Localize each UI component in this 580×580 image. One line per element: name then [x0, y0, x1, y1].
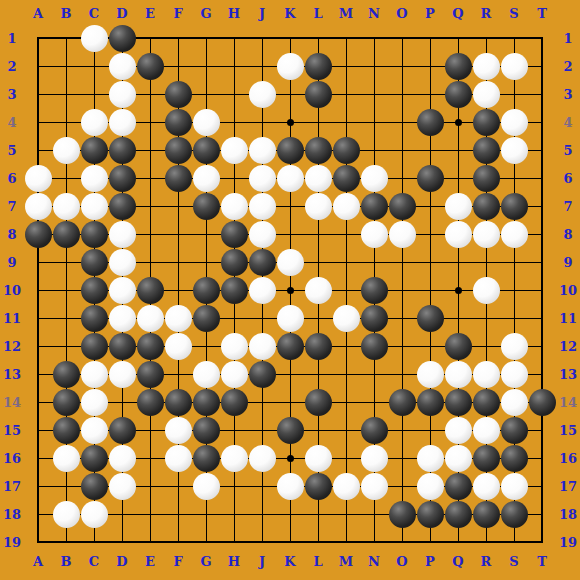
intersection-T7[interactable]: [528, 192, 556, 220]
intersection-B1[interactable]: [52, 24, 80, 52]
black-stone-C17[interactable]: [81, 473, 108, 500]
intersection-L1[interactable]: [304, 24, 332, 52]
black-stone-L3[interactable]: [305, 81, 332, 108]
white-stone-S4[interactable]: [501, 109, 528, 136]
black-stone-C12[interactable]: [81, 333, 108, 360]
intersection-N2[interactable]: [360, 52, 388, 80]
intersection-L14[interactable]: [304, 388, 332, 416]
intersection-E16[interactable]: [136, 444, 164, 472]
black-stone-P18[interactable]: [417, 501, 444, 528]
intersection-L6[interactable]: [304, 164, 332, 192]
intersection-P14[interactable]: [416, 388, 444, 416]
black-stone-C8[interactable]: [81, 221, 108, 248]
intersection-F6[interactable]: [164, 164, 192, 192]
intersection-E5[interactable]: [136, 136, 164, 164]
intersection-L7[interactable]: [304, 192, 332, 220]
intersection-F5[interactable]: [164, 136, 192, 164]
intersection-C19[interactable]: [80, 528, 108, 556]
intersection-S17[interactable]: [500, 472, 528, 500]
intersection-G10[interactable]: [192, 276, 220, 304]
intersection-N19[interactable]: [360, 528, 388, 556]
intersection-N3[interactable]: [360, 80, 388, 108]
intersection-R15[interactable]: [472, 416, 500, 444]
white-stone-Q8[interactable]: [445, 221, 472, 248]
intersection-O18[interactable]: [388, 500, 416, 528]
intersection-G14[interactable]: [192, 388, 220, 416]
intersection-S10[interactable]: [500, 276, 528, 304]
white-stone-R10[interactable]: [473, 277, 500, 304]
intersection-Q14[interactable]: [444, 388, 472, 416]
intersection-N12[interactable]: [360, 332, 388, 360]
intersection-B18[interactable]: [52, 500, 80, 528]
black-stone-S7[interactable]: [501, 193, 528, 220]
intersection-C18[interactable]: [80, 500, 108, 528]
intersection-Q3[interactable]: [444, 80, 472, 108]
intersection-J12[interactable]: [248, 332, 276, 360]
intersection-N4[interactable]: [360, 108, 388, 136]
intersection-M12[interactable]: [332, 332, 360, 360]
intersection-S3[interactable]: [500, 80, 528, 108]
intersection-L10[interactable]: [304, 276, 332, 304]
white-stone-H12[interactable]: [221, 333, 248, 360]
intersection-A13[interactable]: [24, 360, 52, 388]
intersection-E3[interactable]: [136, 80, 164, 108]
white-stone-S14[interactable]: [501, 389, 528, 416]
intersection-D12[interactable]: [108, 332, 136, 360]
intersection-R5[interactable]: [472, 136, 500, 164]
intersection-T16[interactable]: [528, 444, 556, 472]
intersection-D18[interactable]: [108, 500, 136, 528]
black-stone-E14[interactable]: [137, 389, 164, 416]
white-stone-D11[interactable]: [109, 305, 136, 332]
intersection-M11[interactable]: [332, 304, 360, 332]
white-stone-B7[interactable]: [53, 193, 80, 220]
intersection-G4[interactable]: [192, 108, 220, 136]
intersection-B2[interactable]: [52, 52, 80, 80]
black-stone-G10[interactable]: [193, 277, 220, 304]
intersection-S15[interactable]: [500, 416, 528, 444]
intersection-Q1[interactable]: [444, 24, 472, 52]
intersection-O2[interactable]: [388, 52, 416, 80]
intersection-H13[interactable]: [220, 360, 248, 388]
intersection-S11[interactable]: [500, 304, 528, 332]
white-stone-K9[interactable]: [277, 249, 304, 276]
white-stone-D17[interactable]: [109, 473, 136, 500]
white-stone-H7[interactable]: [221, 193, 248, 220]
intersection-K5[interactable]: [276, 136, 304, 164]
intersection-P8[interactable]: [416, 220, 444, 248]
white-stone-N8[interactable]: [361, 221, 388, 248]
intersection-R7[interactable]: [472, 192, 500, 220]
intersection-G18[interactable]: [192, 500, 220, 528]
black-stone-P4[interactable]: [417, 109, 444, 136]
white-stone-K6[interactable]: [277, 165, 304, 192]
intersection-Q6[interactable]: [444, 164, 472, 192]
intersection-F12[interactable]: [164, 332, 192, 360]
intersection-F14[interactable]: [164, 388, 192, 416]
intersection-J6[interactable]: [248, 164, 276, 192]
black-stone-A8[interactable]: [25, 221, 52, 248]
intersection-B10[interactable]: [52, 276, 80, 304]
white-stone-S5[interactable]: [501, 137, 528, 164]
intersection-P11[interactable]: [416, 304, 444, 332]
white-stone-S13[interactable]: [501, 361, 528, 388]
intersection-K17[interactable]: [276, 472, 304, 500]
white-stone-G6[interactable]: [193, 165, 220, 192]
intersection-T4[interactable]: [528, 108, 556, 136]
white-stone-J8[interactable]: [249, 221, 276, 248]
white-stone-D3[interactable]: [109, 81, 136, 108]
intersection-B7[interactable]: [52, 192, 80, 220]
white-stone-Q7[interactable]: [445, 193, 472, 220]
intersection-O16[interactable]: [388, 444, 416, 472]
intersection-P19[interactable]: [416, 528, 444, 556]
intersection-R17[interactable]: [472, 472, 500, 500]
black-stone-D7[interactable]: [109, 193, 136, 220]
black-stone-O7[interactable]: [389, 193, 416, 220]
black-stone-K15[interactable]: [277, 417, 304, 444]
intersection-L8[interactable]: [304, 220, 332, 248]
intersection-S7[interactable]: [500, 192, 528, 220]
black-stone-F14[interactable]: [165, 389, 192, 416]
intersection-A18[interactable]: [24, 500, 52, 528]
intersection-S18[interactable]: [500, 500, 528, 528]
intersection-E17[interactable]: [136, 472, 164, 500]
intersection-N16[interactable]: [360, 444, 388, 472]
intersection-O1[interactable]: [388, 24, 416, 52]
intersection-G5[interactable]: [192, 136, 220, 164]
intersection-S1[interactable]: [500, 24, 528, 52]
intersection-O7[interactable]: [388, 192, 416, 220]
intersection-M4[interactable]: [332, 108, 360, 136]
black-stone-N11[interactable]: [361, 305, 388, 332]
intersection-D19[interactable]: [108, 528, 136, 556]
intersection-S13[interactable]: [500, 360, 528, 388]
intersection-K13[interactable]: [276, 360, 304, 388]
intersection-H11[interactable]: [220, 304, 248, 332]
intersection-P6[interactable]: [416, 164, 444, 192]
white-stone-M7[interactable]: [333, 193, 360, 220]
intersection-B11[interactable]: [52, 304, 80, 332]
black-stone-R16[interactable]: [473, 445, 500, 472]
white-stone-Q15[interactable]: [445, 417, 472, 444]
intersection-M8[interactable]: [332, 220, 360, 248]
white-stone-F11[interactable]: [165, 305, 192, 332]
white-stone-R17[interactable]: [473, 473, 500, 500]
intersection-M16[interactable]: [332, 444, 360, 472]
intersection-J16[interactable]: [248, 444, 276, 472]
intersection-C14[interactable]: [80, 388, 108, 416]
intersection-N6[interactable]: [360, 164, 388, 192]
intersection-P17[interactable]: [416, 472, 444, 500]
white-stone-S12[interactable]: [501, 333, 528, 360]
intersection-C3[interactable]: [80, 80, 108, 108]
intersection-P16[interactable]: [416, 444, 444, 472]
intersection-D3[interactable]: [108, 80, 136, 108]
intersection-T10[interactable]: [528, 276, 556, 304]
white-stone-J12[interactable]: [249, 333, 276, 360]
intersection-T17[interactable]: [528, 472, 556, 500]
black-stone-B14[interactable]: [53, 389, 80, 416]
intersection-R3[interactable]: [472, 80, 500, 108]
white-stone-P17[interactable]: [417, 473, 444, 500]
intersection-F2[interactable]: [164, 52, 192, 80]
intersection-A6[interactable]: [24, 164, 52, 192]
intersection-J18[interactable]: [248, 500, 276, 528]
intersection-A17[interactable]: [24, 472, 52, 500]
black-stone-C16[interactable]: [81, 445, 108, 472]
white-stone-O8[interactable]: [389, 221, 416, 248]
intersection-A2[interactable]: [24, 52, 52, 80]
intersection-J10[interactable]: [248, 276, 276, 304]
intersection-T6[interactable]: [528, 164, 556, 192]
black-stone-D12[interactable]: [109, 333, 136, 360]
white-stone-R15[interactable]: [473, 417, 500, 444]
intersection-C16[interactable]: [80, 444, 108, 472]
intersection-M7[interactable]: [332, 192, 360, 220]
intersection-A4[interactable]: [24, 108, 52, 136]
intersection-B13[interactable]: [52, 360, 80, 388]
white-stone-C6[interactable]: [81, 165, 108, 192]
white-stone-S2[interactable]: [501, 53, 528, 80]
black-stone-D1[interactable]: [109, 25, 136, 52]
white-stone-K2[interactable]: [277, 53, 304, 80]
intersection-B14[interactable]: [52, 388, 80, 416]
white-stone-C1[interactable]: [81, 25, 108, 52]
intersection-E9[interactable]: [136, 248, 164, 276]
black-stone-L14[interactable]: [305, 389, 332, 416]
intersection-E19[interactable]: [136, 528, 164, 556]
intersection-F4[interactable]: [164, 108, 192, 136]
white-stone-D16[interactable]: [109, 445, 136, 472]
white-stone-F16[interactable]: [165, 445, 192, 472]
white-stone-J3[interactable]: [249, 81, 276, 108]
white-stone-H13[interactable]: [221, 361, 248, 388]
intersection-A9[interactable]: [24, 248, 52, 276]
intersection-N18[interactable]: [360, 500, 388, 528]
intersection-O17[interactable]: [388, 472, 416, 500]
white-stone-K17[interactable]: [277, 473, 304, 500]
white-stone-G13[interactable]: [193, 361, 220, 388]
intersection-C10[interactable]: [80, 276, 108, 304]
intersection-J13[interactable]: [248, 360, 276, 388]
black-stone-M5[interactable]: [333, 137, 360, 164]
intersection-T9[interactable]: [528, 248, 556, 276]
white-stone-J6[interactable]: [249, 165, 276, 192]
intersection-G2[interactable]: [192, 52, 220, 80]
intersection-M19[interactable]: [332, 528, 360, 556]
intersection-H3[interactable]: [220, 80, 248, 108]
intersection-K16[interactable]: [276, 444, 304, 472]
black-stone-F3[interactable]: [165, 81, 192, 108]
white-stone-Q13[interactable]: [445, 361, 472, 388]
black-stone-H10[interactable]: [221, 277, 248, 304]
intersection-B19[interactable]: [52, 528, 80, 556]
intersection-P18[interactable]: [416, 500, 444, 528]
black-stone-B15[interactable]: [53, 417, 80, 444]
white-stone-L6[interactable]: [305, 165, 332, 192]
intersection-N14[interactable]: [360, 388, 388, 416]
white-stone-B16[interactable]: [53, 445, 80, 472]
intersection-T15[interactable]: [528, 416, 556, 444]
intersection-J5[interactable]: [248, 136, 276, 164]
black-stone-D5[interactable]: [109, 137, 136, 164]
black-stone-M6[interactable]: [333, 165, 360, 192]
intersection-F15[interactable]: [164, 416, 192, 444]
intersection-F18[interactable]: [164, 500, 192, 528]
intersection-B9[interactable]: [52, 248, 80, 276]
black-stone-R14[interactable]: [473, 389, 500, 416]
intersection-O10[interactable]: [388, 276, 416, 304]
intersection-A11[interactable]: [24, 304, 52, 332]
intersection-T3[interactable]: [528, 80, 556, 108]
intersection-J11[interactable]: [248, 304, 276, 332]
intersection-G8[interactable]: [192, 220, 220, 248]
intersection-H19[interactable]: [220, 528, 248, 556]
intersection-K19[interactable]: [276, 528, 304, 556]
black-stone-K12[interactable]: [277, 333, 304, 360]
intersection-K15[interactable]: [276, 416, 304, 444]
intersection-L9[interactable]: [304, 248, 332, 276]
intersection-H5[interactable]: [220, 136, 248, 164]
black-stone-S16[interactable]: [501, 445, 528, 472]
intersection-O3[interactable]: [388, 80, 416, 108]
black-stone-N7[interactable]: [361, 193, 388, 220]
intersection-G13[interactable]: [192, 360, 220, 388]
intersection-S6[interactable]: [500, 164, 528, 192]
intersection-D13[interactable]: [108, 360, 136, 388]
black-stone-N12[interactable]: [361, 333, 388, 360]
white-stone-C4[interactable]: [81, 109, 108, 136]
intersection-O12[interactable]: [388, 332, 416, 360]
intersection-O8[interactable]: [388, 220, 416, 248]
intersection-R14[interactable]: [472, 388, 500, 416]
intersection-E14[interactable]: [136, 388, 164, 416]
intersection-B8[interactable]: [52, 220, 80, 248]
intersection-C11[interactable]: [80, 304, 108, 332]
white-stone-H16[interactable]: [221, 445, 248, 472]
intersection-M17[interactable]: [332, 472, 360, 500]
white-stone-R13[interactable]: [473, 361, 500, 388]
black-stone-R6[interactable]: [473, 165, 500, 192]
white-stone-Q16[interactable]: [445, 445, 472, 472]
intersection-F1[interactable]: [164, 24, 192, 52]
intersection-D7[interactable]: [108, 192, 136, 220]
black-stone-H14[interactable]: [221, 389, 248, 416]
intersection-C17[interactable]: [80, 472, 108, 500]
intersection-E15[interactable]: [136, 416, 164, 444]
intersection-H7[interactable]: [220, 192, 248, 220]
intersection-K8[interactable]: [276, 220, 304, 248]
intersection-M9[interactable]: [332, 248, 360, 276]
black-stone-E10[interactable]: [137, 277, 164, 304]
white-stone-H5[interactable]: [221, 137, 248, 164]
intersection-E13[interactable]: [136, 360, 164, 388]
white-stone-F15[interactable]: [165, 417, 192, 444]
intersection-M15[interactable]: [332, 416, 360, 444]
intersection-E12[interactable]: [136, 332, 164, 360]
intersection-J14[interactable]: [248, 388, 276, 416]
intersection-K11[interactable]: [276, 304, 304, 332]
intersection-L11[interactable]: [304, 304, 332, 332]
black-stone-G11[interactable]: [193, 305, 220, 332]
intersection-T12[interactable]: [528, 332, 556, 360]
intersection-J8[interactable]: [248, 220, 276, 248]
intersection-C13[interactable]: [80, 360, 108, 388]
intersection-C7[interactable]: [80, 192, 108, 220]
white-stone-M11[interactable]: [333, 305, 360, 332]
intersection-K2[interactable]: [276, 52, 304, 80]
black-stone-G7[interactable]: [193, 193, 220, 220]
intersection-L5[interactable]: [304, 136, 332, 164]
intersection-A19[interactable]: [24, 528, 52, 556]
black-stone-L2[interactable]: [305, 53, 332, 80]
intersection-G7[interactable]: [192, 192, 220, 220]
intersection-D4[interactable]: [108, 108, 136, 136]
intersection-R18[interactable]: [472, 500, 500, 528]
white-stone-D4[interactable]: [109, 109, 136, 136]
white-stone-C15[interactable]: [81, 417, 108, 444]
intersection-R13[interactable]: [472, 360, 500, 388]
black-stone-C5[interactable]: [81, 137, 108, 164]
intersection-E18[interactable]: [136, 500, 164, 528]
black-stone-C10[interactable]: [81, 277, 108, 304]
intersection-T18[interactable]: [528, 500, 556, 528]
white-stone-D13[interactable]: [109, 361, 136, 388]
intersection-H9[interactable]: [220, 248, 248, 276]
black-stone-O18[interactable]: [389, 501, 416, 528]
intersection-J9[interactable]: [248, 248, 276, 276]
intersection-P13[interactable]: [416, 360, 444, 388]
white-stone-B18[interactable]: [53, 501, 80, 528]
black-stone-C11[interactable]: [81, 305, 108, 332]
black-stone-G16[interactable]: [193, 445, 220, 472]
white-stone-J7[interactable]: [249, 193, 276, 220]
black-stone-G15[interactable]: [193, 417, 220, 444]
intersection-A8[interactable]: [24, 220, 52, 248]
intersection-L19[interactable]: [304, 528, 332, 556]
black-stone-R7[interactable]: [473, 193, 500, 220]
intersection-N13[interactable]: [360, 360, 388, 388]
black-stone-P14[interactable]: [417, 389, 444, 416]
intersection-R1[interactable]: [472, 24, 500, 52]
black-stone-R5[interactable]: [473, 137, 500, 164]
intersection-K9[interactable]: [276, 248, 304, 276]
intersection-D2[interactable]: [108, 52, 136, 80]
white-stone-J5[interactable]: [249, 137, 276, 164]
intersection-S4[interactable]: [500, 108, 528, 136]
intersection-K18[interactable]: [276, 500, 304, 528]
intersection-Q17[interactable]: [444, 472, 472, 500]
intersection-H17[interactable]: [220, 472, 248, 500]
intersection-G19[interactable]: [192, 528, 220, 556]
white-stone-G4[interactable]: [193, 109, 220, 136]
intersection-F19[interactable]: [164, 528, 192, 556]
intersection-A16[interactable]: [24, 444, 52, 472]
black-stone-F6[interactable]: [165, 165, 192, 192]
intersection-Q8[interactable]: [444, 220, 472, 248]
intersection-G16[interactable]: [192, 444, 220, 472]
intersection-R9[interactable]: [472, 248, 500, 276]
intersection-N9[interactable]: [360, 248, 388, 276]
intersection-H18[interactable]: [220, 500, 248, 528]
intersection-Q7[interactable]: [444, 192, 472, 220]
white-stone-G17[interactable]: [193, 473, 220, 500]
intersection-Q9[interactable]: [444, 248, 472, 276]
intersection-A1[interactable]: [24, 24, 52, 52]
intersection-T1[interactable]: [528, 24, 556, 52]
intersection-S8[interactable]: [500, 220, 528, 248]
